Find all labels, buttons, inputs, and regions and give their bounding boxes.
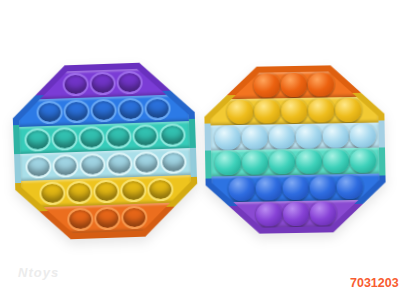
bubble-down-orange (67, 207, 94, 231)
bubble-down-light-blue (79, 153, 106, 177)
bubble-down-blue (117, 98, 144, 122)
bubble-down-teal (159, 123, 186, 147)
bubble-down-orange (121, 206, 148, 230)
bubble-down-light-blue (160, 150, 187, 174)
bubble-down-blue (144, 97, 171, 121)
bubble-up-orange (308, 72, 334, 96)
bubble-down-light-blue (25, 155, 52, 179)
bubble-down-purple (62, 73, 89, 97)
bubble-down-orange (94, 207, 121, 231)
popit-toy-right-unpressed (204, 64, 387, 234)
bubble-up-orange (254, 73, 280, 97)
bubble-up-blue (309, 176, 335, 200)
bubble-down-yellow (120, 179, 147, 203)
bubble-up-blue (282, 176, 308, 200)
bubble-up-yellow (335, 98, 361, 122)
bubble-up-teal (323, 149, 349, 173)
bubble-row-blue (211, 174, 379, 203)
bubble-down-yellow (39, 181, 66, 205)
bubble-up-light-blue (241, 125, 267, 149)
bubble-up-yellow (227, 99, 253, 123)
bubble-down-purple (116, 71, 143, 95)
bubble-down-yellow (147, 178, 174, 202)
bubble-up-orange (281, 73, 307, 97)
bubble-row-light-blue (211, 122, 379, 151)
bubble-down-purple (89, 72, 116, 96)
bubble-row-teal (211, 148, 379, 177)
product-photo-canvas: Ntoys 7031203 (0, 0, 400, 300)
bubble-up-yellow (254, 99, 280, 123)
bubble-up-blue (255, 176, 281, 200)
bubble-down-teal (24, 128, 51, 152)
bubble-up-light-blue (268, 125, 294, 149)
bubble-down-blue (90, 99, 117, 123)
bubble-down-teal (132, 124, 159, 148)
bubble-down-blue (36, 100, 63, 124)
bubble-down-teal (105, 125, 132, 149)
bubble-up-blue (336, 175, 362, 199)
bubble-up-yellow (281, 99, 307, 123)
popit-toy-left-pressed (11, 61, 199, 241)
bubble-up-yellow (308, 98, 334, 122)
bubble-down-yellow (93, 180, 120, 204)
bubble-up-teal (269, 150, 295, 174)
bubble-up-blue (228, 177, 254, 201)
bubble-down-light-blue (52, 154, 79, 178)
bubble-row-yellow (210, 96, 378, 125)
bubble-up-light-blue (349, 123, 375, 147)
bubble-up-teal (215, 151, 241, 175)
bubble-down-teal (51, 127, 78, 151)
bubble-down-light-blue (106, 152, 133, 176)
bubble-up-purple (283, 202, 309, 226)
product-code: 7031203 (350, 276, 399, 290)
bubble-up-purple (310, 201, 336, 225)
bubble-up-light-blue (214, 126, 240, 150)
watermark-text: Ntoys (18, 265, 59, 280)
bubble-down-yellow (66, 180, 93, 204)
bubble-up-purple (256, 202, 282, 226)
bubble-up-teal (296, 150, 322, 174)
bubble-down-light-blue (133, 151, 160, 175)
bubble-up-teal (350, 149, 376, 173)
bubble-up-light-blue (322, 124, 348, 148)
bubble-up-teal (242, 151, 268, 175)
bubble-up-light-blue (295, 124, 321, 148)
bubble-down-teal (78, 126, 105, 150)
bubble-down-blue (63, 100, 90, 124)
